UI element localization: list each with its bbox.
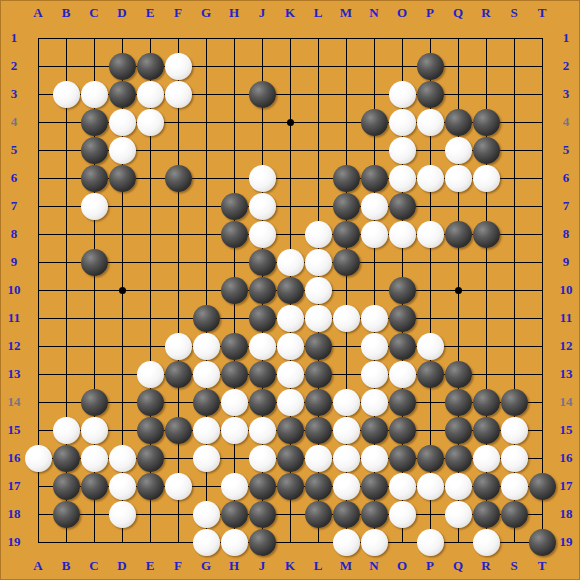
white-stone[interactable] <box>249 445 276 472</box>
black-stone[interactable] <box>221 333 248 360</box>
black-stone[interactable] <box>501 501 528 528</box>
row-label-left: 16 <box>3 449 25 467</box>
white-stone[interactable] <box>137 81 164 108</box>
column-label-top: R <box>475 4 497 22</box>
white-stone[interactable] <box>473 165 500 192</box>
row-label-right: 1 <box>555 29 577 47</box>
white-stone[interactable] <box>445 165 472 192</box>
white-stone[interactable] <box>445 137 472 164</box>
black-stone[interactable] <box>193 389 220 416</box>
white-stone[interactable] <box>445 473 472 500</box>
black-stone[interactable] <box>137 389 164 416</box>
black-stone[interactable] <box>361 473 388 500</box>
black-stone[interactable] <box>109 165 136 192</box>
column-label-bottom: P <box>419 557 441 575</box>
white-stone[interactable] <box>249 165 276 192</box>
white-stone[interactable] <box>109 473 136 500</box>
black-stone[interactable] <box>333 221 360 248</box>
black-stone[interactable] <box>277 473 304 500</box>
white-stone[interactable] <box>501 445 528 472</box>
black-stone[interactable] <box>305 473 332 500</box>
column-label-bottom: T <box>531 557 553 575</box>
white-stone[interactable] <box>389 473 416 500</box>
row-label-left: 13 <box>3 365 25 383</box>
black-stone[interactable] <box>389 193 416 220</box>
black-stone[interactable] <box>277 277 304 304</box>
row-label-right: 8 <box>555 225 577 243</box>
row-label-left: 19 <box>3 533 25 551</box>
black-stone[interactable] <box>361 109 388 136</box>
row-label-left: 5 <box>3 141 25 159</box>
white-stone[interactable] <box>305 305 332 332</box>
white-stone[interactable] <box>445 501 472 528</box>
white-stone[interactable] <box>165 53 192 80</box>
column-label-top: J <box>251 4 273 22</box>
row-label-right: 14 <box>555 393 577 411</box>
black-stone[interactable] <box>81 137 108 164</box>
row-label-right: 18 <box>555 505 577 523</box>
column-label-bottom: E <box>139 557 161 575</box>
white-stone[interactable] <box>221 473 248 500</box>
white-stone[interactable] <box>249 417 276 444</box>
black-stone[interactable] <box>53 473 80 500</box>
column-label-bottom: M <box>335 557 357 575</box>
black-stone[interactable] <box>501 389 528 416</box>
row-label-left: 10 <box>3 281 25 299</box>
black-stone[interactable] <box>165 417 192 444</box>
black-stone[interactable] <box>417 81 444 108</box>
white-stone[interactable] <box>333 529 360 556</box>
row-label-left: 12 <box>3 337 25 355</box>
row-label-left: 1 <box>3 29 25 47</box>
black-stone[interactable] <box>249 249 276 276</box>
black-stone[interactable] <box>137 445 164 472</box>
black-stone[interactable] <box>249 81 276 108</box>
black-stone[interactable] <box>389 277 416 304</box>
black-stone[interactable] <box>193 305 220 332</box>
black-stone[interactable] <box>529 473 556 500</box>
column-label-top: B <box>55 4 77 22</box>
black-stone[interactable] <box>305 501 332 528</box>
white-stone[interactable] <box>361 193 388 220</box>
black-stone[interactable] <box>277 417 304 444</box>
column-label-bottom: C <box>83 557 105 575</box>
white-stone[interactable] <box>333 445 360 472</box>
white-stone[interactable] <box>305 277 332 304</box>
row-label-right: 16 <box>555 449 577 467</box>
black-stone[interactable] <box>249 501 276 528</box>
row-label-right: 13 <box>555 365 577 383</box>
star-point <box>287 119 294 126</box>
white-stone[interactable] <box>305 221 332 248</box>
black-stone[interactable] <box>417 53 444 80</box>
column-label-top: T <box>531 4 553 22</box>
white-stone[interactable] <box>221 389 248 416</box>
white-stone[interactable] <box>165 81 192 108</box>
white-stone[interactable] <box>389 81 416 108</box>
black-stone[interactable] <box>221 361 248 388</box>
black-stone[interactable] <box>221 221 248 248</box>
white-stone[interactable] <box>389 109 416 136</box>
white-stone[interactable] <box>501 417 528 444</box>
white-stone[interactable] <box>389 501 416 528</box>
column-label-top: S <box>503 4 525 22</box>
white-stone[interactable] <box>333 389 360 416</box>
white-stone[interactable] <box>249 193 276 220</box>
column-label-bottom: G <box>195 557 217 575</box>
black-stone[interactable] <box>333 501 360 528</box>
white-stone[interactable] <box>221 417 248 444</box>
white-stone[interactable] <box>109 137 136 164</box>
column-label-top: K <box>279 4 301 22</box>
go-board[interactable]: AABBCCDDEEFFGGHHJJKKLLMMNNOOPPQQRRSSTT11… <box>0 0 580 580</box>
white-stone[interactable] <box>333 305 360 332</box>
black-stone[interactable] <box>137 53 164 80</box>
black-stone[interactable] <box>445 361 472 388</box>
white-stone[interactable] <box>165 473 192 500</box>
column-label-top: E <box>139 4 161 22</box>
white-stone[interactable] <box>277 361 304 388</box>
black-stone[interactable] <box>81 249 108 276</box>
black-stone[interactable] <box>473 473 500 500</box>
row-label-right: 4 <box>555 113 577 131</box>
black-stone[interactable] <box>249 277 276 304</box>
row-label-right: 9 <box>555 253 577 271</box>
star-point <box>455 287 462 294</box>
column-label-bottom: S <box>503 557 525 575</box>
black-stone[interactable] <box>473 501 500 528</box>
column-label-bottom: A <box>27 557 49 575</box>
white-stone[interactable] <box>305 445 332 472</box>
black-stone[interactable] <box>305 361 332 388</box>
black-stone[interactable] <box>389 333 416 360</box>
black-stone[interactable] <box>305 333 332 360</box>
black-stone[interactable] <box>417 445 444 472</box>
white-stone[interactable] <box>333 417 360 444</box>
white-stone[interactable] <box>417 333 444 360</box>
column-label-top: H <box>223 4 245 22</box>
white-stone[interactable] <box>389 221 416 248</box>
row-label-left: 8 <box>3 225 25 243</box>
row-label-left: 2 <box>3 57 25 75</box>
black-stone[interactable] <box>473 109 500 136</box>
column-label-bottom: O <box>391 557 413 575</box>
row-label-right: 11 <box>555 309 577 327</box>
column-label-bottom: H <box>223 557 245 575</box>
black-stone[interactable] <box>221 193 248 220</box>
black-stone[interactable] <box>445 417 472 444</box>
white-stone[interactable] <box>193 361 220 388</box>
black-stone[interactable] <box>333 165 360 192</box>
column-label-top: A <box>27 4 49 22</box>
white-stone[interactable] <box>249 221 276 248</box>
black-stone[interactable] <box>249 529 276 556</box>
row-label-right: 2 <box>555 57 577 75</box>
black-stone[interactable] <box>81 389 108 416</box>
black-stone[interactable] <box>109 53 136 80</box>
white-stone[interactable] <box>417 473 444 500</box>
black-stone[interactable] <box>389 417 416 444</box>
white-stone[interactable] <box>389 361 416 388</box>
black-stone[interactable] <box>277 445 304 472</box>
black-stone[interactable] <box>361 417 388 444</box>
black-stone[interactable] <box>445 109 472 136</box>
black-stone[interactable] <box>445 445 472 472</box>
row-label-right: 10 <box>555 281 577 299</box>
column-label-top: D <box>111 4 133 22</box>
row-label-right: 15 <box>555 421 577 439</box>
black-stone[interactable] <box>137 417 164 444</box>
row-label-left: 4 <box>3 113 25 131</box>
row-label-right: 5 <box>555 141 577 159</box>
white-stone[interactable] <box>53 81 80 108</box>
black-stone[interactable] <box>361 501 388 528</box>
row-label-right: 7 <box>555 197 577 215</box>
white-stone[interactable] <box>277 333 304 360</box>
row-label-left: 14 <box>3 393 25 411</box>
black-stone[interactable] <box>53 501 80 528</box>
row-label-left: 9 <box>3 253 25 271</box>
white-stone[interactable] <box>81 417 108 444</box>
column-label-bottom: Q <box>447 557 469 575</box>
column-label-top: M <box>335 4 357 22</box>
white-stone[interactable] <box>305 249 332 276</box>
column-label-top: P <box>419 4 441 22</box>
white-stone[interactable] <box>417 221 444 248</box>
grid-line-vertical <box>542 38 543 543</box>
black-stone[interactable] <box>473 221 500 248</box>
white-stone[interactable] <box>361 445 388 472</box>
row-label-left: 17 <box>3 477 25 495</box>
white-stone[interactable] <box>193 333 220 360</box>
white-stone[interactable] <box>81 81 108 108</box>
black-stone[interactable] <box>361 165 388 192</box>
black-stone[interactable] <box>165 361 192 388</box>
column-label-bottom: F <box>167 557 189 575</box>
row-label-left: 18 <box>3 505 25 523</box>
black-stone[interactable] <box>249 389 276 416</box>
white-stone[interactable] <box>25 445 52 472</box>
white-stone[interactable] <box>277 389 304 416</box>
black-stone[interactable] <box>109 81 136 108</box>
row-label-left: 6 <box>3 169 25 187</box>
white-stone[interactable] <box>249 333 276 360</box>
black-stone[interactable] <box>165 165 192 192</box>
white-stone[interactable] <box>109 501 136 528</box>
black-stone[interactable] <box>417 361 444 388</box>
white-stone[interactable] <box>473 529 500 556</box>
star-point <box>119 287 126 294</box>
white-stone[interactable] <box>361 305 388 332</box>
column-label-top: N <box>363 4 385 22</box>
white-stone[interactable] <box>81 445 108 472</box>
grid-line-horizontal <box>38 542 543 543</box>
column-label-top: Q <box>447 4 469 22</box>
white-stone[interactable] <box>417 165 444 192</box>
row-label-left: 3 <box>3 85 25 103</box>
row-label-left: 7 <box>3 197 25 215</box>
white-stone[interactable] <box>501 473 528 500</box>
column-label-bottom: B <box>55 557 77 575</box>
column-label-top: O <box>391 4 413 22</box>
white-stone[interactable] <box>137 361 164 388</box>
black-stone[interactable] <box>389 389 416 416</box>
white-stone[interactable] <box>193 501 220 528</box>
white-stone[interactable] <box>361 361 388 388</box>
white-stone[interactable] <box>361 529 388 556</box>
column-label-bottom: K <box>279 557 301 575</box>
black-stone[interactable] <box>333 249 360 276</box>
white-stone[interactable] <box>193 417 220 444</box>
black-stone[interactable] <box>249 361 276 388</box>
black-stone[interactable] <box>473 389 500 416</box>
black-stone[interactable] <box>473 137 500 164</box>
white-stone[interactable] <box>53 417 80 444</box>
column-label-top: C <box>83 4 105 22</box>
white-stone[interactable] <box>277 305 304 332</box>
column-label-top: F <box>167 4 189 22</box>
black-stone[interactable] <box>137 473 164 500</box>
black-stone[interactable] <box>389 445 416 472</box>
white-stone[interactable] <box>221 529 248 556</box>
row-label-right: 6 <box>555 169 577 187</box>
row-label-right: 3 <box>555 85 577 103</box>
white-stone[interactable] <box>333 473 360 500</box>
white-stone[interactable] <box>473 445 500 472</box>
white-stone[interactable] <box>389 137 416 164</box>
row-label-left: 11 <box>3 309 25 327</box>
black-stone[interactable] <box>445 389 472 416</box>
black-stone[interactable] <box>305 389 332 416</box>
white-stone[interactable] <box>109 445 136 472</box>
black-stone[interactable] <box>53 445 80 472</box>
black-stone[interactable] <box>333 193 360 220</box>
black-stone[interactable] <box>81 473 108 500</box>
column-label-top: L <box>307 4 329 22</box>
column-label-top: G <box>195 4 217 22</box>
white-stone[interactable] <box>417 529 444 556</box>
white-stone[interactable] <box>193 445 220 472</box>
black-stone[interactable] <box>81 109 108 136</box>
black-stone[interactable] <box>473 417 500 444</box>
white-stone[interactable] <box>165 333 192 360</box>
black-stone[interactable] <box>249 305 276 332</box>
column-label-bottom: R <box>475 557 497 575</box>
row-label-right: 19 <box>555 533 577 551</box>
column-label-bottom: D <box>111 557 133 575</box>
black-stone[interactable] <box>389 305 416 332</box>
white-stone[interactable] <box>81 193 108 220</box>
black-stone[interactable] <box>249 473 276 500</box>
black-stone[interactable] <box>81 165 108 192</box>
white-stone[interactable] <box>109 109 136 136</box>
row-label-left: 15 <box>3 421 25 439</box>
black-stone[interactable] <box>445 221 472 248</box>
row-label-right: 17 <box>555 477 577 495</box>
white-stone[interactable] <box>389 165 416 192</box>
white-stone[interactable] <box>417 109 444 136</box>
white-stone[interactable] <box>137 109 164 136</box>
white-stone[interactable] <box>361 333 388 360</box>
black-stone[interactable] <box>221 277 248 304</box>
column-label-bottom: L <box>307 557 329 575</box>
white-stone[interactable] <box>361 221 388 248</box>
column-label-bottom: N <box>363 557 385 575</box>
black-stone[interactable] <box>305 417 332 444</box>
white-stone[interactable] <box>193 529 220 556</box>
white-stone[interactable] <box>277 249 304 276</box>
black-stone[interactable] <box>529 529 556 556</box>
black-stone[interactable] <box>221 501 248 528</box>
white-stone[interactable] <box>361 389 388 416</box>
row-label-right: 12 <box>555 337 577 355</box>
column-label-bottom: J <box>251 557 273 575</box>
